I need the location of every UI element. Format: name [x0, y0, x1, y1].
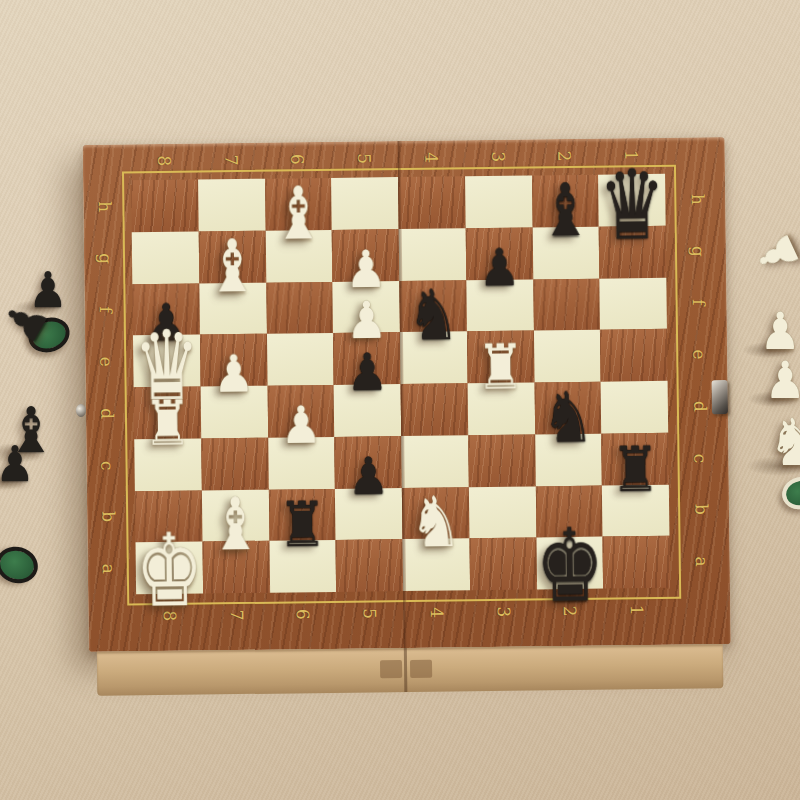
square-d8 — [134, 387, 201, 440]
square-b7 — [202, 489, 269, 542]
square-a3 — [469, 538, 536, 591]
square-b2 — [535, 485, 602, 538]
rank-label-top-1: 1 — [598, 145, 665, 166]
file-label-right-g: g — [685, 225, 712, 277]
square-h6 — [265, 178, 332, 231]
square-b6 — [268, 488, 335, 541]
square-f4 — [399, 280, 466, 333]
rank-label-bottom-2: 2 — [537, 601, 604, 622]
file-labels-left: hgfedcba — [91, 181, 122, 595]
file-label-right-c: c — [687, 432, 714, 484]
square-b8 — [135, 490, 202, 543]
rank-label-top-4: 4 — [398, 147, 465, 168]
square-b4 — [402, 487, 469, 540]
square-g3 — [465, 227, 532, 280]
file-label-left-h: h — [91, 181, 118, 233]
rank-label-top-5: 5 — [331, 148, 398, 169]
square-e3 — [467, 331, 534, 384]
square-e5 — [333, 332, 400, 385]
left-black-pawn-standing-1: ♟ — [28, 266, 67, 315]
rank-label-top-3: 3 — [464, 146, 531, 167]
square-d2 — [534, 382, 601, 435]
square-d3 — [467, 382, 534, 435]
left-black-pawn-standing-1-shadow — [12, 300, 60, 315]
square-f7 — [199, 282, 266, 335]
square-h2 — [532, 175, 599, 228]
left-black-pawn-standing-2-shadow — [0, 474, 27, 489]
board-bottom-edge — [97, 644, 723, 696]
rank-label-bottom-6: 6 — [270, 604, 337, 625]
square-f5 — [333, 281, 400, 334]
square-d5 — [334, 384, 401, 437]
file-label-left-f: f — [92, 284, 119, 336]
right-white-pawn-standing-1-shadow — [742, 342, 793, 358]
left-black-pawn-standing-2: ♟ — [0, 440, 35, 489]
right-white-pawn-standing-1: ♟ — [759, 306, 800, 358]
square-d7 — [200, 386, 267, 439]
square-c6 — [268, 437, 335, 490]
square-a4 — [402, 538, 469, 591]
bottom-edge-seam — [404, 648, 408, 692]
square-f1 — [600, 277, 667, 330]
file-label-right-h: h — [684, 173, 711, 225]
square-a6 — [269, 540, 336, 593]
scene-photo: 87654321 87654321 hgfedcba hgfedcba ♚♛♜♜… — [0, 0, 800, 800]
hinge-mark — [410, 660, 432, 678]
file-label-left-e: e — [93, 336, 120, 388]
square-h4 — [398, 176, 465, 229]
right-white-knight-standing-shadow — [746, 456, 800, 476]
hinge-mark — [380, 660, 402, 678]
left-black-bishop-standing: ♝ — [6, 399, 56, 462]
file-label-left-g: g — [92, 232, 119, 284]
square-g5 — [332, 229, 399, 282]
rank-label-top-6: 6 — [264, 149, 331, 170]
left-black-pawn-lying: ♟ — [0, 292, 57, 351]
square-f2 — [533, 278, 600, 331]
file-label-right-b: b — [688, 484, 715, 536]
square-h1 — [598, 174, 665, 227]
file-label-right-f: f — [685, 277, 712, 329]
square-f6 — [266, 281, 333, 334]
right-white-pawn-lying: ♟ — [747, 226, 800, 283]
square-g7 — [198, 230, 265, 283]
square-f8 — [132, 283, 199, 336]
square-a8 — [136, 542, 203, 595]
square-d1 — [601, 381, 668, 434]
square-c2 — [535, 433, 602, 486]
square-g6 — [265, 230, 332, 283]
square-c5 — [334, 436, 401, 489]
file-labels-right: hgfedcba — [684, 173, 715, 587]
square-g2 — [532, 226, 599, 279]
square-e2 — [533, 330, 600, 383]
rank-label-bottom-8: 8 — [136, 606, 203, 627]
square-e1 — [600, 329, 667, 382]
square-e8 — [133, 335, 200, 388]
chess-board: 87654321 87654321 hgfedcba hgfedcba ♚♛♜♜… — [83, 137, 731, 652]
chess-board-group: 87654321 87654321 hgfedcba hgfedcba ♚♛♜♜… — [83, 137, 732, 698]
square-h3 — [465, 175, 532, 228]
file-label-left-d: d — [94, 388, 121, 440]
left-black-bishop-standing-shadow — [0, 443, 46, 463]
square-h5 — [331, 177, 398, 230]
file-label-left-c: c — [94, 439, 121, 491]
rank-label-bottom-1: 1 — [604, 600, 671, 621]
square-b5 — [335, 488, 402, 541]
square-c7 — [201, 437, 268, 490]
square-c1 — [601, 433, 668, 486]
rank-label-top-8: 8 — [131, 151, 198, 172]
square-h8 — [131, 180, 198, 233]
rank-label-bottom-4: 4 — [403, 602, 470, 623]
rank-label-bottom-3: 3 — [470, 601, 537, 622]
square-a7 — [202, 541, 269, 594]
square-g1 — [599, 226, 666, 279]
square-a1 — [603, 536, 670, 589]
right-white-lying-felt-only-felt-base — [779, 473, 800, 514]
square-c4 — [401, 435, 468, 488]
square-e4 — [400, 332, 467, 385]
metal-pin — [76, 404, 86, 417]
rank-label-bottom-5: 5 — [337, 603, 404, 624]
square-b3 — [469, 486, 536, 539]
file-label-left-b: b — [95, 491, 122, 543]
metal-clasp — [712, 380, 728, 414]
square-g4 — [399, 228, 466, 281]
right-white-pawn-standing-2: ♟ — [764, 355, 800, 407]
file-label-right-e: e — [686, 329, 713, 381]
square-g8 — [132, 231, 199, 284]
file-label-right-d: d — [687, 380, 714, 432]
rank-label-bottom-7: 7 — [203, 605, 270, 626]
rank-label-top-2: 2 — [531, 146, 598, 167]
square-e6 — [266, 333, 333, 386]
square-h7 — [198, 179, 265, 232]
square-d4 — [401, 383, 468, 436]
square-f3 — [466, 279, 533, 332]
square-a2 — [536, 537, 603, 590]
square-a5 — [336, 539, 403, 592]
square-b1 — [602, 484, 669, 537]
square-e7 — [200, 334, 267, 387]
square-d6 — [267, 385, 334, 438]
square-c3 — [468, 434, 535, 487]
file-label-right-a: a — [688, 536, 715, 588]
rank-label-top-7: 7 — [197, 150, 264, 171]
left-black-pawn-lying-felt-base — [23, 312, 74, 358]
right-white-pawn-standing-2-shadow — [747, 391, 798, 407]
left-black-lying-felt-only-felt-base — [0, 542, 42, 588]
right-white-knight-standing: ♞ — [768, 410, 800, 475]
file-label-left-a: a — [96, 543, 123, 595]
square-c8 — [134, 438, 201, 491]
